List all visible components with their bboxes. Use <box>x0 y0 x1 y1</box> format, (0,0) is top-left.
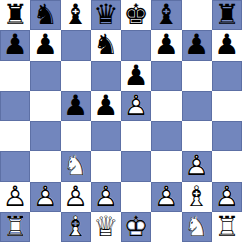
square-c4[interactable] <box>61 121 91 151</box>
square-b4[interactable] <box>30 121 60 151</box>
white-king-outline-glyph: ♔ <box>121 212 151 242</box>
white-pawn-outline-glyph: ♙ <box>30 182 60 212</box>
white-knight-outline-glyph: ♘ <box>61 151 91 181</box>
black-knight-fill-glyph: ♞ <box>91 30 121 60</box>
square-h6[interactable] <box>212 61 242 91</box>
square-c2[interactable]: ♟♙ <box>61 182 91 212</box>
square-c8[interactable]: ♝ <box>61 0 91 30</box>
square-h8[interactable]: ♜ <box>212 0 242 30</box>
square-b6[interactable] <box>30 61 60 91</box>
square-h3[interactable] <box>212 151 242 181</box>
square-e3[interactable] <box>121 151 151 181</box>
white-pawn-outline-glyph: ♙ <box>212 182 242 212</box>
square-f6[interactable] <box>151 61 181 91</box>
white-pawn-outline-glyph: ♙ <box>91 182 121 212</box>
square-e7[interactable] <box>121 30 151 60</box>
square-d4[interactable] <box>91 121 121 151</box>
white-pawn-outline-glyph: ♙ <box>0 182 30 212</box>
black-pawn-fill-glyph: ♟ <box>0 30 30 60</box>
piece-white-pawn[interactable]: ♟♙ <box>151 182 181 212</box>
black-queen-fill-glyph: ♛ <box>91 0 121 30</box>
piece-white-king[interactable]: ♚♔ <box>121 212 151 242</box>
square-e1[interactable]: ♚♔ <box>121 212 151 242</box>
square-c3[interactable]: ♞♘ <box>61 151 91 181</box>
piece-white-pawn[interactable]: ♟♙ <box>61 182 91 212</box>
piece-black-queen[interactable]: ♛ <box>91 0 121 30</box>
black-pawn-fill-glyph: ♟ <box>212 30 242 60</box>
square-g8[interactable] <box>182 0 212 30</box>
square-a8[interactable]: ♜ <box>0 0 30 30</box>
piece-black-knight[interactable]: ♞ <box>91 30 121 60</box>
black-pawn-fill-glyph: ♟ <box>61 91 91 121</box>
square-d6[interactable] <box>91 61 121 91</box>
white-rook-outline-glyph: ♖ <box>212 212 242 242</box>
black-pawn-fill-glyph: ♟ <box>121 61 151 91</box>
square-f1[interactable] <box>151 212 181 242</box>
square-e6[interactable]: ♟ <box>121 61 151 91</box>
piece-white-rook[interactable]: ♜♖ <box>0 212 30 242</box>
square-a1[interactable]: ♜♖ <box>0 212 30 242</box>
square-g7[interactable]: ♟ <box>182 30 212 60</box>
black-rook-fill-glyph: ♜ <box>212 0 242 30</box>
square-h2[interactable]: ♟♙ <box>212 182 242 212</box>
square-b1[interactable] <box>30 212 60 242</box>
square-g5[interactable] <box>182 91 212 121</box>
square-g4[interactable] <box>182 121 212 151</box>
square-a2[interactable]: ♟♙ <box>0 182 30 212</box>
piece-black-pawn[interactable]: ♟ <box>212 30 242 60</box>
piece-white-bishop[interactable]: ♝♗ <box>182 182 212 212</box>
square-f3[interactable] <box>151 151 181 181</box>
square-c7[interactable] <box>61 30 91 60</box>
piece-white-pawn[interactable]: ♟♙ <box>212 182 242 212</box>
square-a5[interactable] <box>0 91 30 121</box>
square-g1[interactable]: ♞♘ <box>182 212 212 242</box>
square-h7[interactable]: ♟ <box>212 30 242 60</box>
piece-black-pawn[interactable]: ♟ <box>91 91 121 121</box>
piece-black-pawn[interactable]: ♟ <box>0 30 30 60</box>
piece-white-queen[interactable]: ♛♕ <box>91 212 121 242</box>
square-h1[interactable]: ♜♖ <box>212 212 242 242</box>
piece-black-pawn[interactable]: ♟ <box>151 30 181 60</box>
piece-white-pawn[interactable]: ♟♙ <box>182 151 212 181</box>
white-queen-outline-glyph: ♕ <box>91 212 121 242</box>
white-pawn-outline-glyph: ♙ <box>182 151 212 181</box>
square-d1[interactable]: ♛♕ <box>91 212 121 242</box>
black-pawn-fill-glyph: ♟ <box>182 30 212 60</box>
piece-white-pawn[interactable]: ♟♙ <box>30 182 60 212</box>
black-king-fill-glyph: ♚ <box>121 0 151 30</box>
square-b8[interactable]: ♞ <box>30 0 60 30</box>
square-g3[interactable]: ♟♙ <box>182 151 212 181</box>
square-b5[interactable] <box>30 91 60 121</box>
black-rook-fill-glyph: ♜ <box>0 0 30 30</box>
square-a6[interactable] <box>0 61 30 91</box>
piece-black-king[interactable]: ♚ <box>121 0 151 30</box>
piece-black-pawn[interactable]: ♟ <box>61 91 91 121</box>
square-h4[interactable] <box>212 121 242 151</box>
square-g6[interactable] <box>182 61 212 91</box>
piece-black-bishop[interactable]: ♝ <box>151 0 181 30</box>
white-rook-outline-glyph: ♖ <box>0 212 30 242</box>
square-f8[interactable]: ♝ <box>151 0 181 30</box>
square-h5[interactable] <box>212 91 242 121</box>
square-b7[interactable]: ♟ <box>30 30 60 60</box>
piece-black-rook[interactable]: ♜ <box>212 0 242 30</box>
white-pawn-outline-glyph: ♙ <box>61 182 91 212</box>
square-e2[interactable] <box>121 182 151 212</box>
square-c5[interactable]: ♟ <box>61 91 91 121</box>
chess-board: ♜♞♝♛♚♝♜♟♟♞♟♟♟♟♟♟♟♙♞♘♟♙♟♙♟♙♟♙♟♙♟♙♝♗♟♙♜♖♝♗… <box>0 0 242 242</box>
square-f4[interactable] <box>151 121 181 151</box>
square-a4[interactable] <box>0 121 30 151</box>
piece-black-pawn[interactable]: ♟ <box>121 61 151 91</box>
square-f5[interactable] <box>151 91 181 121</box>
square-g2[interactable]: ♝♗ <box>182 182 212 212</box>
square-d8[interactable]: ♛ <box>91 0 121 30</box>
square-e4[interactable] <box>121 121 151 151</box>
piece-white-knight[interactable]: ♞♘ <box>61 151 91 181</box>
black-bishop-fill-glyph: ♝ <box>61 0 91 30</box>
square-e8[interactable]: ♚ <box>121 0 151 30</box>
piece-white-pawn[interactable]: ♟♙ <box>91 182 121 212</box>
piece-black-knight[interactable]: ♞ <box>30 0 60 30</box>
square-c1[interactable]: ♝♗ <box>61 212 91 242</box>
black-pawn-fill-glyph: ♟ <box>151 30 181 60</box>
square-a7[interactable]: ♟ <box>0 30 30 60</box>
white-pawn-outline-glyph: ♙ <box>121 91 151 121</box>
square-d7[interactable]: ♞ <box>91 30 121 60</box>
square-b3[interactable] <box>30 151 60 181</box>
square-d2[interactable]: ♟♙ <box>91 182 121 212</box>
piece-white-pawn[interactable]: ♟♙ <box>121 91 151 121</box>
square-d5[interactable]: ♟ <box>91 91 121 121</box>
square-a3[interactable] <box>0 151 30 181</box>
piece-black-rook[interactable]: ♜ <box>0 0 30 30</box>
white-bishop-outline-glyph: ♗ <box>182 182 212 212</box>
piece-black-bishop[interactable]: ♝ <box>61 0 91 30</box>
square-e5[interactable]: ♟♙ <box>121 91 151 121</box>
piece-white-rook[interactable]: ♜♖ <box>212 212 242 242</box>
square-f7[interactable]: ♟ <box>151 30 181 60</box>
white-knight-outline-glyph: ♘ <box>182 212 212 242</box>
white-pawn-outline-glyph: ♙ <box>151 182 181 212</box>
white-bishop-outline-glyph: ♗ <box>61 212 91 242</box>
square-d3[interactable] <box>91 151 121 181</box>
black-pawn-fill-glyph: ♟ <box>91 91 121 121</box>
piece-white-knight[interactable]: ♞♘ <box>182 212 212 242</box>
square-f2[interactable]: ♟♙ <box>151 182 181 212</box>
piece-black-pawn[interactable]: ♟ <box>30 30 60 60</box>
piece-white-pawn[interactable]: ♟♙ <box>0 182 30 212</box>
black-knight-fill-glyph: ♞ <box>30 0 60 30</box>
square-c6[interactable] <box>61 61 91 91</box>
black-pawn-fill-glyph: ♟ <box>30 30 60 60</box>
square-b2[interactable]: ♟♙ <box>30 182 60 212</box>
black-bishop-fill-glyph: ♝ <box>151 0 181 30</box>
piece-black-pawn[interactable]: ♟ <box>182 30 212 60</box>
piece-white-bishop[interactable]: ♝♗ <box>61 212 91 242</box>
